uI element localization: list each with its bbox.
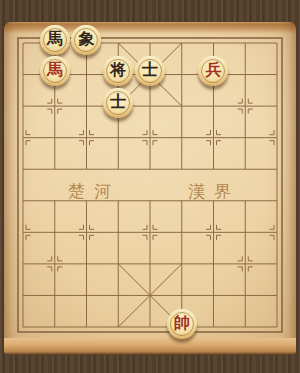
- piece-glyph: 士: [142, 62, 158, 78]
- piece-black-elephant[interactable]: 象: [71, 25, 101, 55]
- piece-glyph: 兵: [205, 62, 221, 78]
- piece-black-advisor-1[interactable]: 士: [135, 56, 165, 86]
- piece-black-horse[interactable]: 馬: [40, 25, 70, 55]
- xiangqi-app: 楚河 漢界 馬象馬将士兵士帥: [0, 0, 300, 373]
- piece-glyph: 士: [110, 94, 126, 110]
- piece-black-advisor-2[interactable]: 士: [103, 88, 133, 118]
- piece-red-general[interactable]: 帥: [167, 309, 197, 339]
- piece-glyph: 象: [78, 31, 94, 47]
- piece-glyph: 将: [110, 62, 126, 78]
- piece-glyph: 帥: [174, 315, 190, 331]
- piece-red-horse[interactable]: 馬: [40, 56, 70, 86]
- piece-black-general[interactable]: 将: [103, 56, 133, 86]
- piece-glyph: 馬: [47, 31, 63, 47]
- piece-glyph: 馬: [47, 62, 63, 78]
- piece-red-soldier[interactable]: 兵: [198, 56, 228, 86]
- xiangqi-board[interactable]: 馬象馬将士兵士帥: [7, 27, 293, 342]
